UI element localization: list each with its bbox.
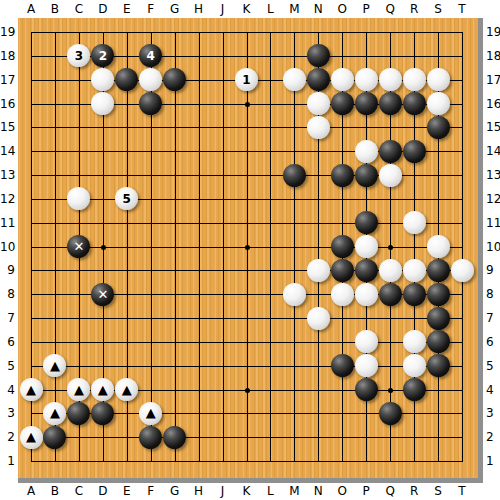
coord-label-bottom-C: C xyxy=(68,483,90,499)
star-point xyxy=(245,102,250,107)
coord-label-left-5: 5 xyxy=(0,358,15,374)
stone-black xyxy=(115,68,138,91)
triangle-mark-icon: ▲ xyxy=(26,430,36,443)
stone-black xyxy=(403,378,426,401)
coord-label-left-18: 18 xyxy=(0,48,15,64)
stone-black xyxy=(139,426,162,449)
stone-black xyxy=(403,283,426,306)
stone-black xyxy=(139,92,162,115)
stone-black xyxy=(427,307,450,330)
move-number-label: 4 xyxy=(147,50,155,62)
stone-white: ▲ xyxy=(91,378,114,401)
coord-label-bottom-H: H xyxy=(188,483,210,499)
stone-white xyxy=(307,116,330,139)
stone-white: ▲ xyxy=(115,378,138,401)
coord-label-left-7: 7 xyxy=(0,310,15,326)
star-point xyxy=(388,388,393,393)
stone-black xyxy=(379,140,402,163)
coord-label-top-S: S xyxy=(427,1,449,17)
coord-label-left-6: 6 xyxy=(0,334,15,350)
stone-white xyxy=(355,283,378,306)
stone-white xyxy=(307,259,330,282)
stone-white: ▲ xyxy=(139,402,162,425)
triangle-mark-icon: ▲ xyxy=(146,406,156,419)
coord-label-top-E: E xyxy=(116,1,138,17)
stone-white xyxy=(67,187,90,210)
coord-label-bottom-D: D xyxy=(92,483,114,499)
stone-black xyxy=(379,283,402,306)
star-point xyxy=(245,388,250,393)
coord-label-right-17: 17 xyxy=(486,72,500,88)
stone-white: ▲ xyxy=(20,378,43,401)
stone-black xyxy=(355,164,378,187)
stone-black xyxy=(163,68,186,91)
stone-black xyxy=(307,68,330,91)
coord-label-bottom-O: O xyxy=(331,483,353,499)
coord-label-right-11: 11 xyxy=(486,215,500,231)
stone-black xyxy=(91,402,114,425)
stone-white: 5 xyxy=(115,187,138,210)
stone-white xyxy=(379,259,402,282)
stone-black xyxy=(355,259,378,282)
stone-white xyxy=(355,330,378,353)
stone-white xyxy=(451,259,474,282)
coord-label-left-9: 9 xyxy=(0,262,15,278)
grid-line-vertical xyxy=(462,32,463,462)
coord-label-top-A: A xyxy=(20,1,42,17)
coord-label-bottom-L: L xyxy=(259,483,281,499)
coord-label-left-4: 4 xyxy=(0,382,15,398)
coord-label-top-K: K xyxy=(236,1,258,17)
stone-white: 3 xyxy=(67,44,90,67)
coord-label-bottom-E: E xyxy=(116,483,138,499)
coord-label-top-O: O xyxy=(331,1,353,17)
coord-label-top-N: N xyxy=(307,1,329,17)
stone-black xyxy=(307,44,330,67)
coord-label-top-J: J xyxy=(212,1,234,17)
grid-line-horizontal xyxy=(31,318,463,319)
stone-black: 2 xyxy=(91,44,114,67)
stone-white xyxy=(403,211,426,234)
coord-label-left-17: 17 xyxy=(0,72,15,88)
cross-mark-icon: ✕ xyxy=(73,240,84,253)
coord-label-top-D: D xyxy=(92,1,114,17)
stone-white xyxy=(403,354,426,377)
stone-white xyxy=(307,307,330,330)
stone-black xyxy=(427,330,450,353)
grid-line-horizontal xyxy=(31,342,463,343)
coord-label-right-7: 7 xyxy=(486,310,500,326)
stone-white xyxy=(355,68,378,91)
grid-line-horizontal xyxy=(31,437,463,438)
go-diagram-page: 32415✕✕▲▲▲▲▲▲▲▲ AABBCCDDEEFFGGHHJJKKLLMM… xyxy=(0,0,500,500)
cross-mark-icon: ✕ xyxy=(97,288,108,301)
star-point xyxy=(101,245,106,250)
stone-white xyxy=(139,68,162,91)
coord-label-right-16: 16 xyxy=(486,96,500,112)
stone-black xyxy=(379,402,402,425)
stone-black xyxy=(67,402,90,425)
stone-black xyxy=(355,92,378,115)
stone-black xyxy=(427,283,450,306)
stone-black xyxy=(379,92,402,115)
stone-black: ✕ xyxy=(91,283,114,306)
coord-label-left-14: 14 xyxy=(0,143,15,159)
stone-black xyxy=(331,259,354,282)
stone-white xyxy=(355,235,378,258)
coord-label-bottom-N: N xyxy=(307,483,329,499)
coord-label-top-C: C xyxy=(68,1,90,17)
stone-white xyxy=(355,140,378,163)
stone-white: ▲ xyxy=(43,354,66,377)
triangle-mark-icon: ▲ xyxy=(50,406,60,419)
coord-label-bottom-G: G xyxy=(164,483,186,499)
stone-black xyxy=(331,354,354,377)
stone-white: ▲ xyxy=(43,402,66,425)
coord-label-left-19: 19 xyxy=(0,24,15,40)
stone-white: ▲ xyxy=(67,378,90,401)
coord-label-left-2: 2 xyxy=(0,429,15,445)
coord-label-bottom-F: F xyxy=(140,483,162,499)
grid-line-vertical xyxy=(294,32,295,462)
coord-label-top-G: G xyxy=(164,1,186,17)
move-number-label: 1 xyxy=(242,74,250,86)
coord-label-top-P: P xyxy=(355,1,377,17)
coord-label-left-8: 8 xyxy=(0,286,15,302)
move-number-label: 2 xyxy=(99,50,107,62)
stone-black xyxy=(355,211,378,234)
grid-line-horizontal xyxy=(31,366,463,367)
coord-label-top-M: M xyxy=(283,1,305,17)
stone-white xyxy=(427,92,450,115)
stone-white xyxy=(355,354,378,377)
coord-label-bottom-R: R xyxy=(403,483,425,499)
coord-label-bottom-P: P xyxy=(355,483,377,499)
stone-white xyxy=(427,235,450,258)
stone-white xyxy=(283,68,306,91)
coord-label-left-15: 15 xyxy=(0,119,15,135)
coord-label-right-3: 3 xyxy=(486,405,500,421)
coord-label-left-12: 12 xyxy=(0,191,15,207)
coord-label-left-13: 13 xyxy=(0,167,15,183)
stone-black: ✕ xyxy=(67,235,90,258)
coord-label-right-9: 9 xyxy=(486,262,500,278)
move-number-label: 5 xyxy=(123,193,131,205)
grid-line-vertical xyxy=(270,32,271,462)
stone-white xyxy=(307,92,330,115)
stone-black xyxy=(355,378,378,401)
coord-label-left-11: 11 xyxy=(0,215,15,231)
coord-label-right-19: 19 xyxy=(486,24,500,40)
grid-line-horizontal xyxy=(31,461,463,462)
stone-black xyxy=(43,426,66,449)
stone-white xyxy=(403,259,426,282)
coord-label-bottom-K: K xyxy=(236,483,258,499)
coord-label-left-3: 3 xyxy=(0,405,15,421)
triangle-mark-icon: ▲ xyxy=(98,383,108,396)
stone-black xyxy=(283,164,306,187)
stone-white xyxy=(403,330,426,353)
stone-white: 1 xyxy=(235,68,258,91)
coord-label-bottom-A: A xyxy=(20,483,42,499)
coord-label-right-4: 4 xyxy=(486,382,500,398)
triangle-mark-icon: ▲ xyxy=(50,359,60,372)
coord-label-right-8: 8 xyxy=(486,286,500,302)
coord-label-top-T: T xyxy=(451,1,473,17)
coord-label-top-Q: Q xyxy=(379,1,401,17)
coord-label-bottom-T: T xyxy=(451,483,473,499)
coord-label-right-14: 14 xyxy=(486,143,500,159)
stone-white: ▲ xyxy=(20,426,43,449)
coord-label-top-F: F xyxy=(140,1,162,17)
stone-white xyxy=(91,92,114,115)
coord-label-right-2: 2 xyxy=(486,429,500,445)
stone-black xyxy=(331,235,354,258)
coord-label-right-13: 13 xyxy=(486,167,500,183)
stone-black xyxy=(427,259,450,282)
coord-label-left-1: 1 xyxy=(0,453,15,469)
stone-white xyxy=(379,164,402,187)
coord-label-bottom-B: B xyxy=(44,483,66,499)
stone-black xyxy=(427,354,450,377)
star-point xyxy=(388,245,393,250)
stone-black xyxy=(331,164,354,187)
stone-black xyxy=(163,426,186,449)
coord-label-right-5: 5 xyxy=(486,358,500,374)
stone-white xyxy=(331,283,354,306)
triangle-mark-icon: ▲ xyxy=(74,383,84,396)
coord-label-right-10: 10 xyxy=(486,239,500,255)
stone-black xyxy=(403,92,426,115)
stone-white xyxy=(331,68,354,91)
coord-label-bottom-S: S xyxy=(427,483,449,499)
coord-label-right-12: 12 xyxy=(486,191,500,207)
star-point xyxy=(245,245,250,250)
coord-label-top-R: R xyxy=(403,1,425,17)
stone-black xyxy=(331,92,354,115)
coord-label-bottom-M: M xyxy=(283,483,305,499)
triangle-mark-icon: ▲ xyxy=(122,383,132,396)
stone-black xyxy=(427,116,450,139)
coord-label-top-L: L xyxy=(259,1,281,17)
coord-label-left-10: 10 xyxy=(0,239,15,255)
stone-white xyxy=(427,68,450,91)
coord-label-right-15: 15 xyxy=(486,119,500,135)
stone-black: 4 xyxy=(139,44,162,67)
coord-label-top-B: B xyxy=(44,1,66,17)
go-board[interactable]: 32415✕✕▲▲▲▲▲▲▲▲ xyxy=(18,18,483,483)
stone-white xyxy=(379,68,402,91)
coord-label-bottom-J: J xyxy=(212,483,234,499)
coord-label-bottom-Q: Q xyxy=(379,483,401,499)
coord-label-right-1: 1 xyxy=(486,453,500,469)
stone-black xyxy=(403,140,426,163)
move-number-label: 3 xyxy=(75,50,83,62)
coord-label-left-16: 16 xyxy=(0,96,15,112)
triangle-mark-icon: ▲ xyxy=(26,383,36,396)
coord-label-right-18: 18 xyxy=(486,48,500,64)
coord-label-right-6: 6 xyxy=(486,334,500,350)
stone-white xyxy=(403,68,426,91)
coord-label-top-H: H xyxy=(188,1,210,17)
stone-white xyxy=(91,68,114,91)
stone-white xyxy=(283,283,306,306)
